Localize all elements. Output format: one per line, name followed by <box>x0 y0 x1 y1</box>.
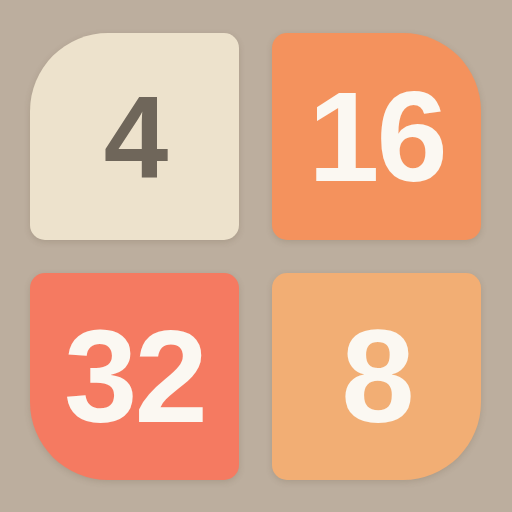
tile-32: 32 <box>30 273 239 480</box>
tile-8: 8 <box>272 273 481 480</box>
tile-16: 16 <box>272 33 481 240</box>
2048-board[interactable]: 4 16 32 8 <box>0 0 512 512</box>
tile-32-value: 32 <box>64 311 205 443</box>
tile-16-value: 16 <box>308 73 444 201</box>
tile-8-value: 8 <box>341 311 411 443</box>
tile-4-value: 4 <box>104 79 166 195</box>
tile-4: 4 <box>30 33 239 240</box>
